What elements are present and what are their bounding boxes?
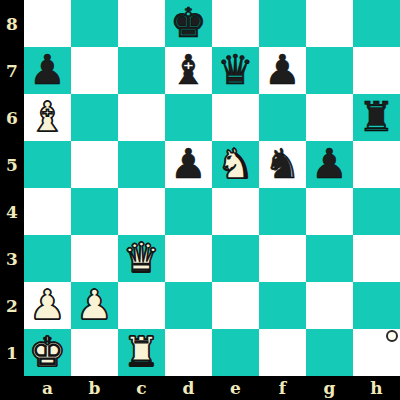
- square-b5[interactable]: [71, 141, 118, 188]
- square-d6[interactable]: [165, 94, 212, 141]
- square-a4[interactable]: [24, 188, 71, 235]
- square-b2[interactable]: ♟: [71, 282, 118, 329]
- square-h6[interactable]: ♜: [353, 94, 400, 141]
- square-g6[interactable]: [306, 94, 353, 141]
- square-b6[interactable]: [71, 94, 118, 141]
- piece-white-bishop[interactable]: ♝: [29, 94, 66, 141]
- square-a1[interactable]: ♚: [24, 329, 71, 376]
- square-f3[interactable]: [259, 235, 306, 282]
- square-f5[interactable]: ♞: [259, 141, 306, 188]
- square-f6[interactable]: [259, 94, 306, 141]
- piece-white-knight[interactable]: ♞: [217, 141, 254, 188]
- side-to-move-indicator: [386, 330, 398, 342]
- piece-black-pawn[interactable]: ♟: [311, 141, 348, 188]
- piece-white-pawn[interactable]: ♟: [76, 282, 113, 329]
- piece-black-bishop[interactable]: ♝: [170, 47, 207, 94]
- file-label-a: a: [24, 376, 71, 400]
- square-b4[interactable]: [71, 188, 118, 235]
- square-g3[interactable]: [306, 235, 353, 282]
- square-e2[interactable]: [212, 282, 259, 329]
- square-e6[interactable]: [212, 94, 259, 141]
- square-c7[interactable]: [118, 47, 165, 94]
- square-g2[interactable]: [306, 282, 353, 329]
- square-a7[interactable]: ♟: [24, 47, 71, 94]
- square-d4[interactable]: [165, 188, 212, 235]
- piece-black-pawn[interactable]: ♟: [29, 47, 66, 94]
- rank-label-8: 8: [0, 0, 24, 47]
- square-f7[interactable]: ♟: [259, 47, 306, 94]
- square-g1[interactable]: [306, 329, 353, 376]
- square-h2[interactable]: [353, 282, 400, 329]
- square-e7[interactable]: ♛: [212, 47, 259, 94]
- file-label-f: f: [259, 376, 306, 400]
- square-a5[interactable]: [24, 141, 71, 188]
- square-c6[interactable]: [118, 94, 165, 141]
- square-d3[interactable]: [165, 235, 212, 282]
- piece-black-king[interactable]: ♚: [170, 0, 207, 47]
- rank-label-5: 5: [0, 141, 24, 188]
- square-c3[interactable]: ♛: [118, 235, 165, 282]
- piece-black-pawn[interactable]: ♟: [170, 141, 207, 188]
- square-h4[interactable]: [353, 188, 400, 235]
- square-a6[interactable]: ♝: [24, 94, 71, 141]
- rank-label-3: 3: [0, 235, 24, 282]
- file-label-b: b: [71, 376, 118, 400]
- square-c2[interactable]: [118, 282, 165, 329]
- square-a8[interactable]: [24, 0, 71, 47]
- chess-board: 8♚7♟♝♛♟6♝♜5♟♞♞♟43♛2♟♟1♚♜abcdefgh: [0, 0, 400, 400]
- file-label-e: e: [212, 376, 259, 400]
- piece-black-knight[interactable]: ♞: [264, 141, 301, 188]
- rank-label-4: 4: [0, 188, 24, 235]
- square-c5[interactable]: [118, 141, 165, 188]
- square-d8[interactable]: ♚: [165, 0, 212, 47]
- square-h5[interactable]: [353, 141, 400, 188]
- square-c4[interactable]: [118, 188, 165, 235]
- square-d1[interactable]: [165, 329, 212, 376]
- square-b3[interactable]: [71, 235, 118, 282]
- square-f8[interactable]: [259, 0, 306, 47]
- square-h7[interactable]: [353, 47, 400, 94]
- square-a2[interactable]: ♟: [24, 282, 71, 329]
- piece-white-pawn[interactable]: ♟: [29, 282, 66, 329]
- square-b8[interactable]: [71, 0, 118, 47]
- piece-white-king[interactable]: ♚: [29, 329, 66, 376]
- square-h3[interactable]: [353, 235, 400, 282]
- file-label-g: g: [306, 376, 353, 400]
- file-label-h: h: [353, 376, 400, 400]
- rank-label-6: 6: [0, 94, 24, 141]
- rank-label-1: 1: [0, 329, 24, 376]
- file-label-c: c: [118, 376, 165, 400]
- square-g7[interactable]: [306, 47, 353, 94]
- piece-black-pawn[interactable]: ♟: [264, 47, 301, 94]
- piece-white-rook[interactable]: ♜: [123, 329, 160, 376]
- rank-label-2: 2: [0, 282, 24, 329]
- square-e4[interactable]: [212, 188, 259, 235]
- file-label-d: d: [165, 376, 212, 400]
- square-f2[interactable]: [259, 282, 306, 329]
- square-c8[interactable]: [118, 0, 165, 47]
- square-b1[interactable]: [71, 329, 118, 376]
- square-f1[interactable]: [259, 329, 306, 376]
- piece-white-queen[interactable]: ♛: [123, 235, 160, 282]
- square-h8[interactable]: [353, 0, 400, 47]
- square-g8[interactable]: [306, 0, 353, 47]
- square-d7[interactable]: ♝: [165, 47, 212, 94]
- square-g5[interactable]: ♟: [306, 141, 353, 188]
- square-a3[interactable]: [24, 235, 71, 282]
- square-g4[interactable]: [306, 188, 353, 235]
- square-e5[interactable]: ♞: [212, 141, 259, 188]
- rank-label-7: 7: [0, 47, 24, 94]
- piece-black-queen[interactable]: ♛: [217, 47, 254, 94]
- piece-black-rook[interactable]: ♜: [358, 94, 395, 141]
- square-f4[interactable]: [259, 188, 306, 235]
- square-e3[interactable]: [212, 235, 259, 282]
- square-d5[interactable]: ♟: [165, 141, 212, 188]
- square-b7[interactable]: [71, 47, 118, 94]
- square-e1[interactable]: [212, 329, 259, 376]
- square-c1[interactable]: ♜: [118, 329, 165, 376]
- square-d2[interactable]: [165, 282, 212, 329]
- square-e8[interactable]: [212, 0, 259, 47]
- board-corner: [0, 376, 24, 400]
